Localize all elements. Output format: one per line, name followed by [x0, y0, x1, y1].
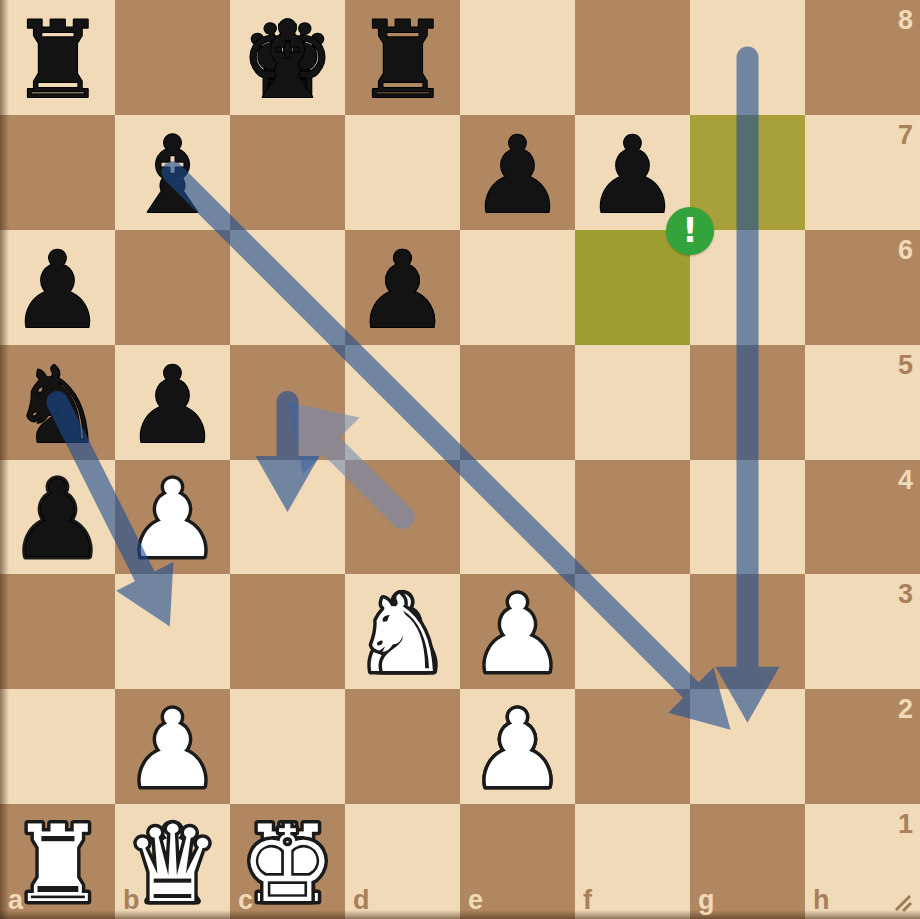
arrow-g8-g2 [716, 57, 780, 722]
white-pawn-e2[interactable]: ♟ [470, 688, 565, 811]
white-king-c1[interactable]: ♚ [240, 803, 335, 919]
black-pawn-e7[interactable]: ♟ [470, 114, 565, 237]
black-bishop-c8[interactable]: ♝ [240, 0, 335, 122]
arrow-b7-g2 [173, 172, 731, 729]
black-pawn-f7[interactable]: ♟ [585, 114, 680, 237]
white-queen-b1[interactable]: ♛ [125, 803, 220, 919]
white-pawn-b2[interactable]: ♟ [125, 688, 220, 811]
chess-board: abcdefgh12345678 ♜♛♚♝♜♝♟♟♟♟♟♞♟♟♟♟♝♟♞♟♟♟♟… [0, 0, 920, 919]
black-rook-a8[interactable]: ♜ [10, 0, 105, 122]
black-pawn-b5[interactable]: ♟ [125, 344, 220, 467]
white-knight-d3[interactable]: ♞ [355, 573, 450, 696]
pieces-and-arrows-overlay: ♜♛♚♝♜♝♟♟♟♟♟♞♟♟♟♟♝♟♞♟♟♟♟♜♝♛♜♚ [0, 0, 920, 919]
white-pawn-e3[interactable]: ♟ [470, 573, 565, 696]
good-move-badge-icon: ! [666, 207, 714, 255]
resize-handle-icon[interactable] [896, 896, 911, 911]
black-pawn-d6[interactable]: ♟ [355, 229, 450, 352]
black-rook-d8[interactable]: ♜ [355, 0, 450, 122]
black-pawn-a6[interactable]: ♟ [10, 229, 105, 352]
badge-symbol: ! [682, 211, 697, 250]
white-rook-a1[interactable]: ♜ [10, 803, 105, 919]
